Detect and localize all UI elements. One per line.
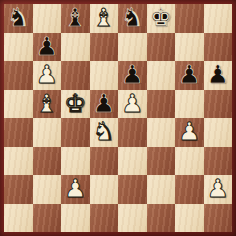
square-d6[interactable]: [90, 61, 119, 90]
square-b6[interactable]: ♟: [33, 61, 62, 90]
black-pawn[interactable]: ♟: [36, 33, 58, 62]
square-h6[interactable]: ♟: [204, 61, 233, 90]
square-d5[interactable]: ♟: [90, 90, 119, 119]
square-e3[interactable]: [118, 147, 147, 176]
black-knight[interactable]: ♞: [7, 4, 29, 33]
square-h4[interactable]: [204, 118, 233, 147]
white-pawn[interactable]: ♟: [207, 175, 229, 204]
square-h3[interactable]: [204, 147, 233, 176]
square-b4[interactable]: [33, 118, 62, 147]
square-d2[interactable]: [90, 175, 119, 204]
square-c5[interactable]: ♚: [61, 90, 90, 119]
square-a4[interactable]: [4, 118, 33, 147]
square-g4[interactable]: ♟: [175, 118, 204, 147]
square-c4[interactable]: [61, 118, 90, 147]
square-h8[interactable]: [204, 4, 233, 33]
square-a2[interactable]: [4, 175, 33, 204]
square-g8[interactable]: [175, 4, 204, 33]
white-bishop[interactable]: ♝: [93, 4, 115, 33]
square-g6[interactable]: ♟: [175, 61, 204, 90]
square-g1[interactable]: [175, 204, 204, 233]
square-d4[interactable]: ♞: [90, 118, 119, 147]
black-pawn[interactable]: ♟: [93, 90, 115, 119]
square-a8[interactable]: ♞: [4, 4, 33, 33]
square-b7[interactable]: ♟: [33, 33, 62, 62]
black-pawn[interactable]: ♟: [121, 61, 143, 90]
black-king[interactable]: ♚: [150, 4, 172, 33]
square-c7[interactable]: [61, 33, 90, 62]
square-e8[interactable]: ♞: [118, 4, 147, 33]
square-h5[interactable]: [204, 90, 233, 119]
black-bishop[interactable]: ♝: [64, 4, 86, 33]
square-f8[interactable]: ♚: [147, 4, 176, 33]
square-g5[interactable]: [175, 90, 204, 119]
white-pawn[interactable]: ♟: [178, 118, 200, 147]
square-a6[interactable]: [4, 61, 33, 90]
square-d7[interactable]: [90, 33, 119, 62]
square-f6[interactable]: [147, 61, 176, 90]
square-a3[interactable]: [4, 147, 33, 176]
square-a5[interactable]: [4, 90, 33, 119]
white-king[interactable]: ♚: [64, 90, 86, 119]
square-e2[interactable]: [118, 175, 147, 204]
square-b1[interactable]: [33, 204, 62, 233]
square-g3[interactable]: [175, 147, 204, 176]
white-pawn[interactable]: ♟: [121, 90, 143, 119]
white-pawn[interactable]: ♟: [36, 61, 58, 90]
square-f7[interactable]: [147, 33, 176, 62]
square-f3[interactable]: [147, 147, 176, 176]
chess-board: ♞♝♝♞♚♟♟♟♟♟♝♚♟♟♞♟♟♟: [4, 4, 232, 232]
square-h7[interactable]: [204, 33, 233, 62]
square-b3[interactable]: [33, 147, 62, 176]
square-c2[interactable]: ♟: [61, 175, 90, 204]
square-e5[interactable]: ♟: [118, 90, 147, 119]
square-f2[interactable]: [147, 175, 176, 204]
white-pawn[interactable]: ♟: [64, 175, 86, 204]
square-d8[interactable]: ♝: [90, 4, 119, 33]
square-b2[interactable]: [33, 175, 62, 204]
square-g7[interactable]: [175, 33, 204, 62]
square-d1[interactable]: [90, 204, 119, 233]
black-knight[interactable]: ♞: [121, 4, 143, 33]
square-c1[interactable]: [61, 204, 90, 233]
square-h1[interactable]: [204, 204, 233, 233]
white-knight[interactable]: ♞: [93, 118, 115, 147]
square-c3[interactable]: [61, 147, 90, 176]
chess-board-frame: ♞♝♝♞♚♟♟♟♟♟♝♚♟♟♞♟♟♟: [0, 0, 236, 236]
square-e4[interactable]: [118, 118, 147, 147]
square-b8[interactable]: [33, 4, 62, 33]
square-a7[interactable]: [4, 33, 33, 62]
square-f5[interactable]: [147, 90, 176, 119]
square-g2[interactable]: [175, 175, 204, 204]
square-f1[interactable]: [147, 204, 176, 233]
square-e7[interactable]: [118, 33, 147, 62]
square-d3[interactable]: [90, 147, 119, 176]
square-a1[interactable]: [4, 204, 33, 233]
black-pawn[interactable]: ♟: [207, 61, 229, 90]
white-bishop[interactable]: ♝: [36, 90, 58, 119]
black-pawn[interactable]: ♟: [178, 61, 200, 90]
square-e1[interactable]: [118, 204, 147, 233]
square-f4[interactable]: [147, 118, 176, 147]
square-e6[interactable]: ♟: [118, 61, 147, 90]
square-h2[interactable]: ♟: [204, 175, 233, 204]
square-c6[interactable]: [61, 61, 90, 90]
square-c8[interactable]: ♝: [61, 4, 90, 33]
square-b5[interactable]: ♝: [33, 90, 62, 119]
